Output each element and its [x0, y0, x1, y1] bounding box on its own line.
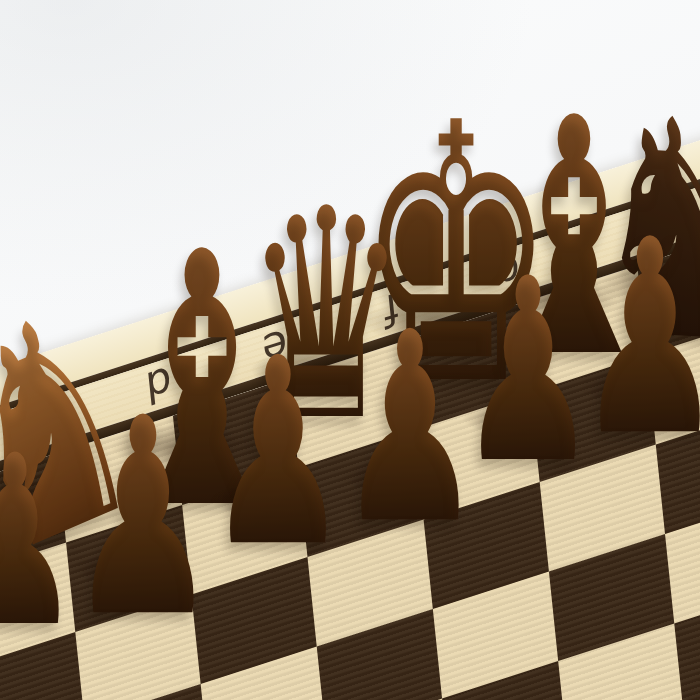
piece-glyph: ♟ [67, 382, 218, 654]
piece-glyph: ♟ [0, 424, 80, 659]
piece-glyph: ♟ [206, 324, 349, 582]
chess-photo-scene: b c d e f g ♞ ♝ ♚ ♛ ♟ ♟ ♝ ♟ ♞ ♟ ♟ ♟ [0, 0, 700, 700]
piece-glyph: ♟ [337, 298, 483, 560]
pieces-layer: ♞ ♝ ♚ ♛ ♟ ♟ ♝ ♟ ♞ ♟ ♟ ♟ [0, 0, 700, 700]
